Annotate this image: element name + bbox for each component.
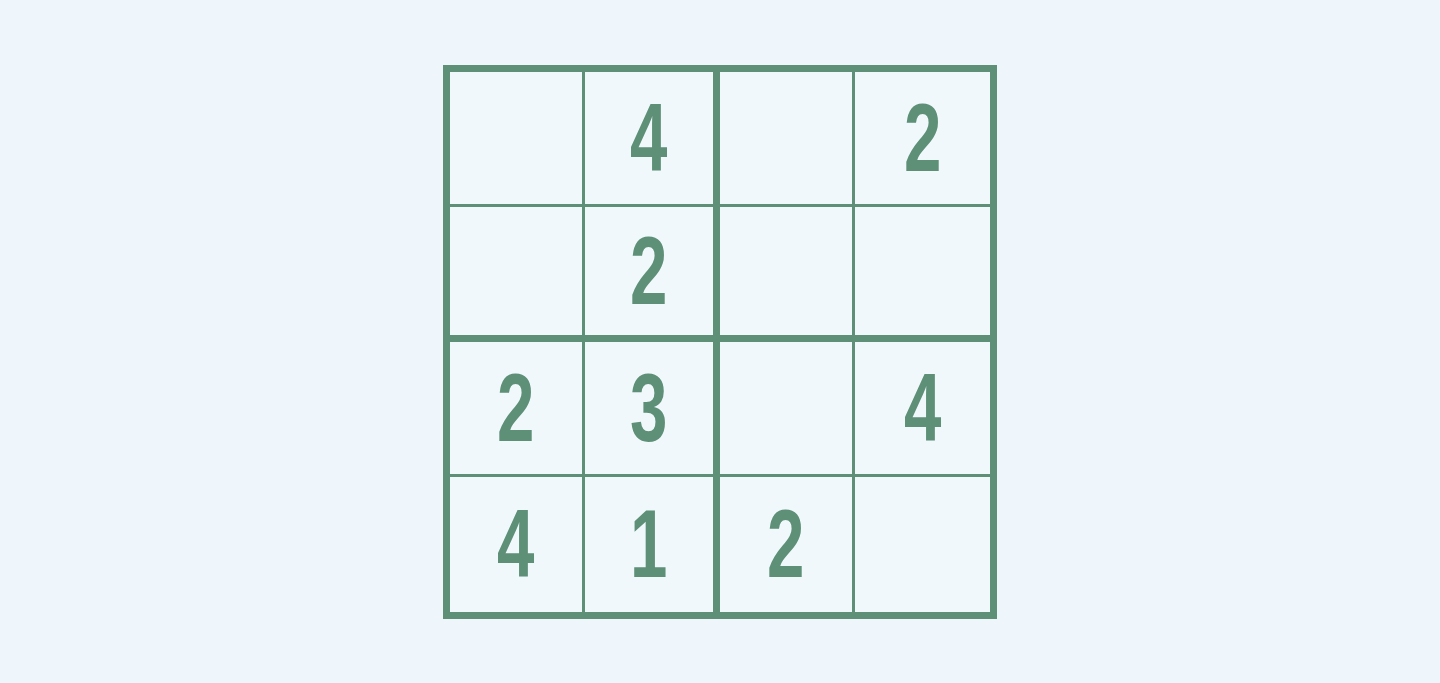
cell-r2c4[interactable] [855,207,990,342]
cell-r1c2[interactable]: 4 [585,72,720,207]
cell-r2c2[interactable]: 2 [585,207,720,342]
cell-r2c1[interactable] [450,207,585,342]
cell-r1c1[interactable] [450,72,585,207]
cell-r3c3[interactable] [720,342,855,477]
digit: 2 [904,90,941,186]
digit: 4 [497,496,534,592]
cell-r3c2[interactable]: 3 [585,342,720,477]
digit: 1 [630,496,667,592]
cell-r4c2[interactable]: 1 [585,477,720,612]
cell-r1c3[interactable] [720,72,855,207]
digit: 4 [904,360,941,456]
cell-r3c4[interactable]: 4 [855,342,990,477]
cell-r4c1[interactable]: 4 [450,477,585,612]
cell-r2c3[interactable] [720,207,855,342]
digit: 2 [767,496,804,592]
digit: 2 [497,360,534,456]
digit: 2 [630,223,667,319]
sudoku-board: 4 2 2 2 3 4 4 1 2 [443,65,997,619]
cell-r4c4[interactable] [855,477,990,612]
digit: 4 [630,90,667,186]
cell-r4c3[interactable]: 2 [720,477,855,612]
digit: 3 [630,360,667,456]
cell-r1c4[interactable]: 2 [855,72,990,207]
cell-r3c1[interactable]: 2 [450,342,585,477]
